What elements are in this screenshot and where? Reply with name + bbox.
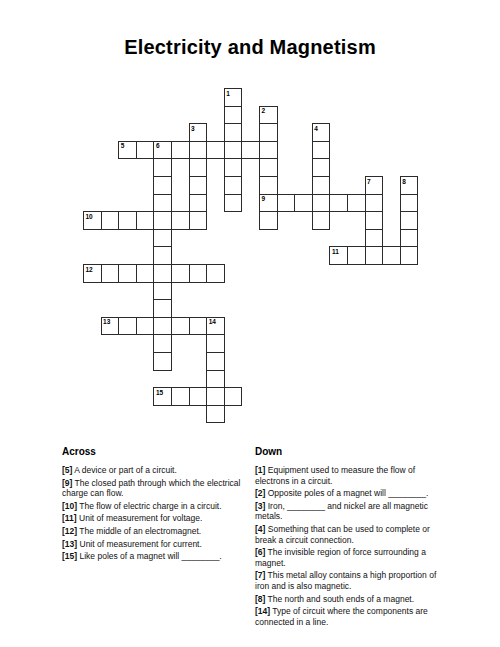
cell-r2c8[interactable]: [224, 123, 243, 142]
cell-r2c13[interactable]: 4: [312, 123, 331, 142]
cell-r3c10[interactable]: [259, 141, 278, 160]
across-clue-number-11: [11]: [62, 513, 77, 523]
cell-r0c8[interactable]: 1: [224, 88, 243, 107]
cell-r3c9[interactable]: [241, 141, 260, 160]
down-clue-4: [4] Something that can be used to comple…: [255, 524, 447, 545]
down-clue-1: [1] Equipment used to measure the flow o…: [255, 465, 447, 486]
cell-r8c18[interactable]: [400, 229, 419, 248]
down-clue-number-6: [6]: [255, 547, 265, 557]
across-clue-number-12: [12]: [62, 526, 77, 536]
down-clue-number-14: [14]: [255, 606, 270, 616]
cell-number-13: 13: [103, 318, 110, 325]
across-clue-number-10: [10]: [62, 501, 77, 511]
cell-r7c18[interactable]: [400, 211, 419, 230]
across-clue-list: [5] A device or part of a circuit.[9] Th…: [62, 465, 252, 562]
cell-r7c10[interactable]: [259, 211, 278, 230]
cell-r5c6[interactable]: [189, 176, 208, 195]
crossword-grid: 123456789101112131415: [83, 88, 419, 424]
cell-r3c4[interactable]: 6: [153, 141, 172, 160]
cell-r6c13[interactable]: [312, 194, 331, 213]
down-clue-2: [2] Opposite poles of a magnet will ____…: [255, 488, 447, 499]
cell-r7c4[interactable]: [153, 211, 172, 230]
cell-r7c1[interactable]: [101, 211, 120, 230]
cell-r9c4[interactable]: [153, 246, 172, 265]
cell-r3c7[interactable]: [206, 141, 225, 160]
cell-r14c4[interactable]: [153, 334, 172, 353]
cell-r10c5[interactable]: [171, 264, 190, 283]
cell-r6c6[interactable]: [189, 194, 208, 213]
down-clue-number-1: [1]: [255, 465, 265, 475]
cell-r5c18[interactable]: 8: [400, 176, 419, 195]
down-clue-number-8: [8]: [255, 594, 265, 604]
cell-r6c4[interactable]: [153, 194, 172, 213]
cell-r4c6[interactable]: [189, 158, 208, 177]
cell-r7c13[interactable]: [312, 211, 331, 230]
cell-r17c7[interactable]: [206, 387, 225, 406]
down-clue-number-3: [3]: [255, 501, 265, 511]
cell-r1c10[interactable]: 2: [259, 106, 278, 125]
cell-r13c7[interactable]: 14: [206, 317, 225, 336]
down-clue-14: [14] Type of circuit where the component…: [255, 606, 447, 627]
cell-r6c8[interactable]: [224, 194, 243, 213]
down-clue-number-2: [2]: [255, 488, 265, 498]
down-clue-7: [7] This metal alloy contains a high pro…: [255, 570, 447, 591]
down-clue-3: [3] Iron, ________ and nickel are all ma…: [255, 501, 447, 522]
cell-r5c10[interactable]: [259, 176, 278, 195]
cell-r11c4[interactable]: [153, 282, 172, 301]
cell-r10c6[interactable]: [189, 264, 208, 283]
cell-r4c13[interactable]: [312, 158, 331, 177]
cell-r18c7[interactable]: [206, 405, 225, 424]
down-clue-number-4: [4]: [255, 524, 265, 534]
down-clue-number-7: [7]: [255, 570, 265, 580]
across-clues-section: Across [5] A device or part of a circuit…: [62, 446, 252, 564]
cell-number-11: 11: [332, 248, 339, 255]
cell-r7c0[interactable]: 10: [83, 211, 102, 230]
cell-r10c1[interactable]: [101, 264, 120, 283]
cell-number-10: 10: [86, 213, 93, 220]
cell-r6c11[interactable]: [277, 194, 296, 213]
cell-r13c1[interactable]: 13: [101, 317, 120, 336]
cell-r4c10[interactable]: [259, 158, 278, 177]
cell-r6c10[interactable]: 9: [259, 194, 278, 213]
cell-r13c6[interactable]: [189, 317, 208, 336]
cell-number-12: 12: [86, 266, 93, 273]
across-clue-number-5: [5]: [62, 465, 72, 475]
cell-number-3: 3: [191, 125, 195, 132]
cell-r16c7[interactable]: [206, 370, 225, 389]
cell-r6c16[interactable]: [365, 194, 384, 213]
cell-r3c8[interactable]: [224, 141, 243, 160]
down-clues-section: Down [1] Equipment used to measure the f…: [255, 446, 447, 629]
cell-number-5: 5: [121, 142, 125, 149]
cell-r10c7[interactable]: [206, 264, 225, 283]
cell-number-1: 1: [226, 90, 230, 97]
cell-r13c5[interactable]: [171, 317, 190, 336]
down-header: Down: [255, 446, 447, 457]
cell-r6c12[interactable]: [294, 194, 313, 213]
cell-r9c16[interactable]: [365, 246, 384, 265]
cell-number-8: 8: [402, 178, 406, 185]
across-clue-15: [15] Like poles of a magnet will _______…: [62, 551, 252, 562]
cell-number-6: 6: [156, 142, 160, 149]
cell-r10c2[interactable]: [118, 264, 137, 283]
cell-r3c3[interactable]: [136, 141, 155, 160]
across-clue-5: [5] A device or part of a circuit.: [62, 465, 252, 476]
cell-r15c7[interactable]: [206, 352, 225, 371]
cell-r9c17[interactable]: [382, 246, 401, 265]
cell-r13c4[interactable]: [153, 317, 172, 336]
cell-r2c10[interactable]: [259, 123, 278, 142]
cell-r9c14[interactable]: 11: [329, 246, 348, 265]
cell-r1c8[interactable]: [224, 106, 243, 125]
cell-r5c4[interactable]: [153, 176, 172, 195]
cell-r4c8[interactable]: [224, 158, 243, 177]
cell-r9c18[interactable]: [400, 246, 419, 265]
cell-r7c5[interactable]: [171, 211, 190, 230]
cell-r10c0[interactable]: 12: [83, 264, 102, 283]
across-clue-11: [11] Unit of measurement for voltage.: [62, 513, 252, 524]
cell-number-9: 9: [262, 195, 266, 202]
cell-r7c6[interactable]: [189, 211, 208, 230]
cell-number-15: 15: [156, 389, 163, 396]
cell-number-2: 2: [262, 107, 266, 114]
cell-r8c16[interactable]: [365, 229, 384, 248]
cell-r5c16[interactable]: 7: [365, 176, 384, 195]
cell-r6c18[interactable]: [400, 194, 419, 213]
cell-r4c4[interactable]: [153, 158, 172, 177]
cell-r7c3[interactable]: [136, 211, 155, 230]
cell-r9c15[interactable]: [347, 246, 366, 265]
cell-r17c5[interactable]: [171, 387, 190, 406]
cell-number-7: 7: [367, 178, 371, 185]
cell-r7c2[interactable]: [118, 211, 137, 230]
cell-r14c7[interactable]: [206, 334, 225, 353]
cell-r5c13[interactable]: [312, 176, 331, 195]
across-header: Across: [62, 446, 252, 457]
across-clue-number-15: [15]: [62, 551, 77, 561]
cell-r5c8[interactable]: [224, 176, 243, 195]
across-clue-10: [10] The flow of electric charge in a ci…: [62, 501, 252, 512]
cell-r3c6[interactable]: [189, 141, 208, 160]
cell-number-14: 14: [209, 318, 216, 325]
cell-r6c14[interactable]: [329, 194, 348, 213]
cell-r17c4[interactable]: 15: [153, 387, 172, 406]
cell-r10c4[interactable]: [153, 264, 172, 283]
across-clue-9: [9] The closed path through which the el…: [62, 478, 252, 499]
down-clue-6: [6] The invisible region of force surrou…: [255, 547, 447, 568]
cell-r12c4[interactable]: [153, 299, 172, 318]
cell-number-4: 4: [314, 125, 318, 132]
down-clue-list: [1] Equipment used to measure the flow o…: [255, 465, 447, 627]
across-clue-number-13: [13]: [62, 539, 77, 549]
cell-r3c2[interactable]: 5: [118, 141, 137, 160]
cell-r7c16[interactable]: [365, 211, 384, 230]
cell-r8c4[interactable]: [153, 229, 172, 248]
down-clue-8: [8] The north and south ends of a magnet…: [255, 594, 447, 605]
across-clue-12: [12] The middle of an electromagnet.: [62, 526, 252, 537]
cell-r15c4[interactable]: [153, 352, 172, 371]
cell-r3c13[interactable]: [312, 141, 331, 160]
across-clue-13: [13] Unit of measurement for current.: [62, 539, 252, 550]
cell-r17c8[interactable]: [224, 387, 243, 406]
cell-r3c5[interactable]: [171, 141, 190, 160]
across-clue-number-9: [9]: [62, 478, 72, 488]
cell-r13c3[interactable]: [136, 317, 155, 336]
cell-r13c2[interactable]: [118, 317, 137, 336]
cell-r2c6[interactable]: 3: [189, 123, 208, 142]
cell-r10c3[interactable]: [136, 264, 155, 283]
cell-r17c6[interactable]: [189, 387, 208, 406]
cell-r6c15[interactable]: [347, 194, 366, 213]
puzzle-title: Electricity and Magnetism: [0, 36, 500, 59]
